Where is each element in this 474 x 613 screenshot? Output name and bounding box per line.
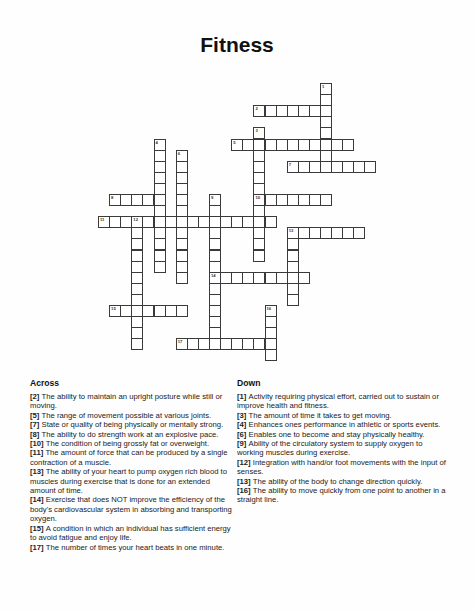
across-clue-list: [2] The ability to maintain an upright p… [30, 392, 233, 552]
grid-cell-r16c5[interactable] [154, 261, 166, 273]
down-clue-number: [6] [237, 430, 249, 439]
grid-cell-r19c17[interactable] [287, 294, 299, 306]
across-clue-number: [5] [30, 411, 42, 420]
grid-cell-r5c22[interactable] [342, 139, 354, 151]
clue-number: 1 [322, 84, 324, 89]
grid-cell-r7c24[interactable] [364, 161, 376, 173]
grid-cell-r17c7[interactable] [176, 272, 188, 284]
across-clue-17: [17] The number of times your heart beat… [30, 543, 233, 552]
grid-cell-r17c18[interactable] [298, 272, 310, 284]
down-clues-section: Down [1] Activity requiring physical eff… [237, 378, 449, 505]
across-clue-number: [17] [30, 543, 46, 552]
clue-number: 9 [211, 195, 213, 200]
grid-cell-r12c15[interactable] [265, 216, 277, 228]
clue-number: 7 [289, 162, 291, 167]
clue-number: 16 [267, 306, 272, 311]
clue-number: 4 [156, 140, 158, 145]
down-clue-13: [13] The ability of the body to change d… [237, 477, 449, 486]
grid-cell-r15c14[interactable] [253, 250, 265, 262]
across-clue-5: [5] The range of movement possible at va… [30, 411, 233, 420]
down-clue-number: [12] [237, 458, 253, 467]
across-clue-number: [2] [30, 392, 42, 401]
puzzle-title: Fitness [0, 33, 474, 57]
down-clue-9: [9] Ability of the circulatory system to… [237, 439, 449, 458]
down-clue-number: [4] [237, 420, 249, 429]
clue-number: 2 [255, 106, 257, 111]
across-header: Across [30, 378, 233, 388]
clue-number: 14 [211, 273, 216, 278]
across-clue-number: [11] [30, 448, 45, 457]
grid-cell-r10c20[interactable] [320, 194, 332, 206]
grid-cell-r20c7[interactable] [176, 305, 188, 317]
clue-number: 3 [255, 128, 257, 133]
clue-number: 13 [289, 228, 294, 233]
across-clue-number: [14] [30, 495, 46, 504]
down-clue-number: [1] [237, 392, 249, 401]
across-clue-10: [10] The condition of being grossly fat … [30, 439, 233, 448]
down-clue-number: [16] [237, 486, 253, 495]
across-clue-15: [15] A condition in which an individual … [30, 524, 233, 543]
across-clue-number: [7] [30, 420, 42, 429]
across-clue-number: [8] [30, 430, 42, 439]
across-clue-2: [2] The ability to maintain an upright p… [30, 392, 233, 411]
across-clues-section: Across [2] The ability to maintain an up… [30, 378, 233, 552]
crossword-grid: 1234567891011121314151617 [98, 83, 388, 373]
down-clue-list: [1] Activity requiring physical effort, … [237, 392, 449, 505]
across-clue-number: [10] [30, 439, 46, 448]
down-clue-6: [6] Enables one to become and stay physi… [237, 430, 449, 439]
down-header: Down [237, 378, 449, 388]
clue-number: 12 [133, 217, 138, 222]
across-clue-number: [13] [30, 467, 46, 476]
down-clue-number: [13] [237, 477, 253, 486]
across-clue-8: [8] The ability to do strength work at a… [30, 430, 233, 439]
clue-number: 5 [233, 140, 235, 145]
crossword-page: Fitness 1234567891011121314151617 Across… [0, 0, 474, 613]
grid-cell-r24c15[interactable] [265, 349, 277, 361]
across-clue-14: [14] Exercise that does NOT improve the … [30, 495, 233, 523]
clue-number: 6 [178, 151, 180, 156]
down-clue-number: [9] [237, 439, 249, 448]
down-clue-3: [3] The amount of time it takes to get m… [237, 411, 449, 420]
grid-cell-r23c3[interactable] [131, 338, 143, 350]
down-clue-4: [4] Enhances ones performance in athleti… [237, 420, 449, 429]
down-clue-16: [16] The ability to move quickly from on… [237, 486, 449, 505]
clue-number: 11 [100, 217, 104, 222]
clue-number: 15 [111, 306, 116, 311]
across-clue-number: [15] [30, 524, 46, 533]
clue-number: 10 [255, 195, 260, 200]
clue-number: 17 [178, 339, 183, 344]
across-clue-7: [7] State or quality of being physically… [30, 420, 233, 429]
grid-cell-r13c23[interactable] [353, 227, 365, 239]
clue-number: 8 [111, 195, 113, 200]
across-clue-13: [13] The ability of your heart to pump o… [30, 467, 233, 495]
down-clue-number: [3] [237, 411, 249, 420]
across-clue-11: [11] The amount of force that can be pro… [30, 448, 233, 467]
down-clue-12: [12] Integration with hand/or foot movem… [237, 458, 449, 477]
down-clue-1: [1] Activity requiring physical effort, … [237, 392, 449, 411]
